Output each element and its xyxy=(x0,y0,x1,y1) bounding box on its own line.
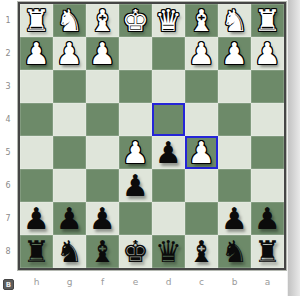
square-a1[interactable]: ♜ xyxy=(251,4,284,37)
square-g5[interactable] xyxy=(53,136,86,169)
square-d1[interactable]: ♛ xyxy=(152,4,185,37)
square-f5[interactable] xyxy=(86,136,119,169)
square-g2[interactable]: ♟ xyxy=(53,37,86,70)
chess-app: ♜♞♝♚♛♝♞♜♟♟♟♟♟♟♟♟♟♟♟♟♟♟♟♜♞♝♚♛♝♞♜ 12345678… xyxy=(0,0,300,296)
square-a7[interactable]: ♟ xyxy=(251,202,284,235)
square-e5[interactable]: ♟ xyxy=(119,136,152,169)
piece-wB-f1[interactable]: ♝ xyxy=(89,4,116,37)
rank-label-2: 2 xyxy=(0,49,16,58)
square-e6[interactable]: ♟ xyxy=(119,169,152,202)
square-f8[interactable]: ♝ xyxy=(86,235,119,268)
square-c7[interactable] xyxy=(185,202,218,235)
piece-wP-c5[interactable]: ♟ xyxy=(188,136,215,169)
piece-wK-e1[interactable]: ♚ xyxy=(122,4,149,37)
square-a8[interactable]: ♜ xyxy=(251,235,284,268)
file-label-b: b xyxy=(218,277,251,287)
file-label-c: c xyxy=(185,277,218,287)
square-c8[interactable]: ♝ xyxy=(185,235,218,268)
square-c2[interactable]: ♟ xyxy=(185,37,218,70)
square-b4[interactable] xyxy=(218,103,251,136)
piece-bP-f7[interactable]: ♟ xyxy=(89,202,116,235)
rank-label-7: 7 xyxy=(0,214,16,223)
square-a5[interactable] xyxy=(251,136,284,169)
square-c5[interactable]: ♟ xyxy=(185,136,218,169)
square-a4[interactable] xyxy=(251,103,284,136)
square-g8[interactable]: ♞ xyxy=(53,235,86,268)
square-b7[interactable]: ♟ xyxy=(218,202,251,235)
square-d7[interactable] xyxy=(152,202,185,235)
square-f4[interactable] xyxy=(86,103,119,136)
square-d2[interactable] xyxy=(152,37,185,70)
square-e2[interactable] xyxy=(119,37,152,70)
piece-bP-h7[interactable]: ♟ xyxy=(23,202,50,235)
rank-label-3: 3 xyxy=(0,82,16,91)
square-h6[interactable] xyxy=(20,169,53,202)
square-e1[interactable]: ♚ xyxy=(119,4,152,37)
piece-bP-g7[interactable]: ♟ xyxy=(56,202,83,235)
square-b3[interactable] xyxy=(218,70,251,103)
piece-bP-a7[interactable]: ♟ xyxy=(254,202,281,235)
piece-bK-e8[interactable]: ♚ xyxy=(122,235,149,268)
square-f2[interactable]: ♟ xyxy=(86,37,119,70)
rank-label-6: 6 xyxy=(0,181,16,190)
piece-wB-c1[interactable]: ♝ xyxy=(188,4,215,37)
file-label-g: g xyxy=(53,277,86,287)
piece-wR-a1[interactable]: ♜ xyxy=(254,4,281,37)
piece-wP-c2[interactable]: ♟ xyxy=(188,37,215,70)
piece-wP-b2[interactable]: ♟ xyxy=(221,37,248,70)
file-label-h: h xyxy=(20,277,53,287)
piece-wP-g2[interactable]: ♟ xyxy=(56,37,83,70)
square-g7[interactable]: ♟ xyxy=(53,202,86,235)
square-e3[interactable] xyxy=(119,70,152,103)
square-b2[interactable]: ♟ xyxy=(218,37,251,70)
square-h7[interactable]: ♟ xyxy=(20,202,53,235)
piece-wP-h2[interactable]: ♟ xyxy=(23,37,50,70)
square-h8[interactable]: ♜ xyxy=(20,235,53,268)
square-h3[interactable] xyxy=(20,70,53,103)
square-a3[interactable] xyxy=(251,70,284,103)
piece-bP-e6[interactable]: ♟ xyxy=(122,169,149,202)
piece-bP-d5[interactable]: ♟ xyxy=(155,136,182,169)
square-h5[interactable] xyxy=(20,136,53,169)
piece-wR-h1[interactable]: ♜ xyxy=(23,4,50,37)
piece-wP-f2[interactable]: ♟ xyxy=(89,37,116,70)
square-h1[interactable]: ♜ xyxy=(20,4,53,37)
file-label-a: a xyxy=(251,277,284,287)
rank-label-8: 8 xyxy=(0,247,16,256)
square-f7[interactable]: ♟ xyxy=(86,202,119,235)
square-b8[interactable]: ♞ xyxy=(218,235,251,268)
square-a6[interactable] xyxy=(251,169,284,202)
square-c6[interactable] xyxy=(185,169,218,202)
square-h4[interactable] xyxy=(20,103,53,136)
rank-label-5: 5 xyxy=(0,148,16,157)
vertical-scrollbar[interactable] xyxy=(287,0,300,296)
square-h2[interactable]: ♟ xyxy=(20,37,53,70)
square-d3[interactable] xyxy=(152,70,185,103)
square-g3[interactable] xyxy=(53,70,86,103)
square-d4[interactable] xyxy=(152,103,185,136)
piece-bP-b7[interactable]: ♟ xyxy=(221,202,248,235)
piece-bR-a8[interactable]: ♜ xyxy=(254,235,281,268)
file-label-e: e xyxy=(119,277,152,287)
rank-label-1: 1 xyxy=(0,16,16,25)
square-b5[interactable] xyxy=(218,136,251,169)
piece-wP-e5[interactable]: ♟ xyxy=(122,136,149,169)
square-e7[interactable] xyxy=(119,202,152,235)
square-b1[interactable]: ♞ xyxy=(218,4,251,37)
square-g6[interactable] xyxy=(53,169,86,202)
square-b6[interactable] xyxy=(218,169,251,202)
piece-wN-g1[interactable]: ♞ xyxy=(56,4,83,37)
piece-bN-g8[interactable]: ♞ xyxy=(56,235,83,268)
piece-bB-c8[interactable]: ♝ xyxy=(188,235,215,268)
square-d8[interactable]: ♛ xyxy=(152,235,185,268)
rank-label-4: 4 xyxy=(0,115,16,124)
file-label-f: f xyxy=(86,277,119,287)
square-a2[interactable]: ♟ xyxy=(251,37,284,70)
square-e8[interactable]: ♚ xyxy=(119,235,152,268)
square-d6[interactable] xyxy=(152,169,185,202)
side-to-move-badge: B xyxy=(3,279,14,290)
square-e4[interactable] xyxy=(119,103,152,136)
piece-wQ-d1[interactable]: ♛ xyxy=(155,4,182,37)
square-c3[interactable] xyxy=(185,70,218,103)
square-g4[interactable] xyxy=(53,103,86,136)
piece-wN-b1[interactable]: ♞ xyxy=(221,4,248,37)
square-c1[interactable]: ♝ xyxy=(185,4,218,37)
square-f3[interactable] xyxy=(86,70,119,103)
chess-board: ♜♞♝♚♛♝♞♜♟♟♟♟♟♟♟♟♟♟♟♟♟♟♟♜♞♝♚♛♝♞♜ xyxy=(18,2,286,270)
piece-bQ-d8[interactable]: ♛ xyxy=(155,235,182,268)
piece-bB-f8[interactable]: ♝ xyxy=(89,235,116,268)
file-label-d: d xyxy=(152,277,185,287)
piece-bN-b8[interactable]: ♞ xyxy=(221,235,248,268)
square-c4[interactable] xyxy=(185,103,218,136)
square-d5[interactable]: ♟ xyxy=(152,136,185,169)
square-f1[interactable]: ♝ xyxy=(86,4,119,37)
piece-wP-a2[interactable]: ♟ xyxy=(254,37,281,70)
piece-bR-h8[interactable]: ♜ xyxy=(23,235,50,268)
square-g1[interactable]: ♞ xyxy=(53,4,86,37)
square-f6[interactable] xyxy=(86,169,119,202)
